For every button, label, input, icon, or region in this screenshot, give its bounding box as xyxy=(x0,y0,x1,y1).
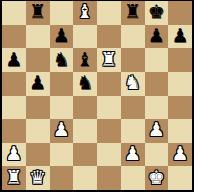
board-frame: ♜♝♜♚♟♟♟♟♞♝♜♟♞♞♟♟♟♟♟♜♛♚ xyxy=(0,0,194,192)
square-e4[interactable] xyxy=(97,96,121,120)
square-a3[interactable] xyxy=(2,119,26,143)
square-b7[interactable] xyxy=(26,25,50,49)
square-g3[interactable]: ♟ xyxy=(145,119,169,143)
square-a8[interactable] xyxy=(2,1,26,25)
square-c2[interactable] xyxy=(50,143,74,167)
square-a1[interactable]: ♜ xyxy=(2,166,26,190)
square-e8[interactable] xyxy=(97,1,121,25)
square-b5[interactable]: ♟ xyxy=(26,72,50,96)
square-e6[interactable]: ♜ xyxy=(97,48,121,72)
square-e2[interactable] xyxy=(97,143,121,167)
square-h2[interactable]: ♟ xyxy=(168,143,192,167)
white-pawn[interactable]: ♟ xyxy=(148,120,165,139)
square-d5[interactable]: ♞ xyxy=(73,72,97,96)
square-c6[interactable]: ♞ xyxy=(50,48,74,72)
square-b2[interactable] xyxy=(26,143,50,167)
square-b6[interactable] xyxy=(26,48,50,72)
square-f3[interactable] xyxy=(121,119,145,143)
white-rook[interactable]: ♜ xyxy=(100,50,117,69)
square-g4[interactable] xyxy=(145,96,169,120)
square-g7[interactable]: ♟ xyxy=(145,25,169,49)
square-d7[interactable] xyxy=(73,25,97,49)
square-d8[interactable]: ♝ xyxy=(73,1,97,25)
square-b3[interactable] xyxy=(26,119,50,143)
square-d2[interactable] xyxy=(73,143,97,167)
white-pawn[interactable]: ♟ xyxy=(124,144,141,163)
black-pawn[interactable]: ♟ xyxy=(148,26,165,45)
black-pawn[interactable]: ♟ xyxy=(53,26,70,45)
square-h8[interactable] xyxy=(168,1,192,25)
black-knight[interactable]: ♞ xyxy=(53,50,70,69)
square-f2[interactable]: ♟ xyxy=(121,143,145,167)
square-a5[interactable] xyxy=(2,72,26,96)
square-f6[interactable] xyxy=(121,48,145,72)
chess-app-window: ♜♝♜♚♟♟♟♟♞♝♜♟♞♞♟♟♟♟♟♜♛♚ xyxy=(0,0,207,192)
square-f4[interactable] xyxy=(121,96,145,120)
square-b4[interactable] xyxy=(26,96,50,120)
black-pawn[interactable]: ♟ xyxy=(172,26,189,45)
black-pawn[interactable]: ♟ xyxy=(5,50,22,69)
square-e5[interactable] xyxy=(97,72,121,96)
white-rook[interactable]: ♜ xyxy=(5,168,22,187)
chess-board[interactable]: ♜♝♜♚♟♟♟♟♞♝♜♟♞♞♟♟♟♟♟♜♛♚ xyxy=(2,1,192,190)
square-c8[interactable] xyxy=(50,1,74,25)
square-g8[interactable]: ♚ xyxy=(145,1,169,25)
square-g6[interactable] xyxy=(145,48,169,72)
square-f5[interactable]: ♞ xyxy=(121,72,145,96)
white-pawn[interactable]: ♟ xyxy=(5,144,22,163)
square-e7[interactable] xyxy=(97,25,121,49)
square-h7[interactable]: ♟ xyxy=(168,25,192,49)
black-pawn[interactable]: ♟ xyxy=(29,73,46,92)
black-king[interactable]: ♚ xyxy=(148,2,165,21)
square-d3[interactable] xyxy=(73,119,97,143)
white-pawn[interactable]: ♟ xyxy=(172,144,189,163)
white-king[interactable]: ♚ xyxy=(148,168,165,187)
black-rook[interactable]: ♜ xyxy=(29,2,46,21)
square-a4[interactable] xyxy=(2,96,26,120)
square-f7[interactable] xyxy=(121,25,145,49)
square-g2[interactable] xyxy=(145,143,169,167)
square-a7[interactable] xyxy=(2,25,26,49)
square-f8[interactable]: ♜ xyxy=(121,1,145,25)
white-bishop[interactable]: ♝ xyxy=(77,2,94,21)
square-d1[interactable] xyxy=(73,166,97,190)
window-right-margin xyxy=(194,0,207,192)
square-h3[interactable] xyxy=(168,119,192,143)
square-b8[interactable]: ♜ xyxy=(26,1,50,25)
square-c1[interactable] xyxy=(50,166,74,190)
square-f1[interactable] xyxy=(121,166,145,190)
square-c5[interactable] xyxy=(50,72,74,96)
square-a2[interactable]: ♟ xyxy=(2,143,26,167)
square-d6[interactable]: ♝ xyxy=(73,48,97,72)
square-g1[interactable]: ♚ xyxy=(145,166,169,190)
square-b1[interactable]: ♛ xyxy=(26,166,50,190)
square-c4[interactable] xyxy=(50,96,74,120)
square-h5[interactable] xyxy=(168,72,192,96)
white-knight[interactable]: ♞ xyxy=(124,73,141,92)
square-a6[interactable]: ♟ xyxy=(2,48,26,72)
square-d4[interactable] xyxy=(73,96,97,120)
square-h6[interactable] xyxy=(168,48,192,72)
black-knight[interactable]: ♞ xyxy=(77,73,94,92)
square-c7[interactable]: ♟ xyxy=(50,25,74,49)
black-bishop[interactable]: ♝ xyxy=(77,50,94,69)
black-rook[interactable]: ♜ xyxy=(124,2,141,21)
square-h1[interactable] xyxy=(168,166,192,190)
square-g5[interactable] xyxy=(145,72,169,96)
white-queen[interactable]: ♛ xyxy=(29,168,46,187)
square-e1[interactable] xyxy=(97,166,121,190)
square-e3[interactable] xyxy=(97,119,121,143)
white-pawn[interactable]: ♟ xyxy=(53,120,70,139)
square-c3[interactable]: ♟ xyxy=(50,119,74,143)
square-h4[interactable] xyxy=(168,96,192,120)
